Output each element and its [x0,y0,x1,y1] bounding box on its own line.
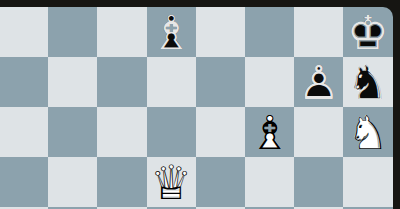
square-c8[interactable] [97,7,146,57]
black-knight-piece[interactable]: ♞♘ [343,57,392,107]
square-f8[interactable] [245,7,294,57]
square-g4[interactable] [294,207,343,209]
square-b6[interactable] [48,107,97,157]
square-f4[interactable] [245,207,294,209]
square-h6[interactable]: ♞♘ [343,107,392,157]
white-knight-piece[interactable]: ♞♘ [343,107,392,157]
black-king-piece[interactable]: ♚♔ [343,7,392,57]
bishop-glyph-outline: ♗ [150,9,192,56]
square-d5[interactable]: ♛♕ [147,157,196,207]
square-d7[interactable] [147,57,196,107]
square-e8[interactable] [196,7,245,57]
square-c5[interactable] [97,157,146,207]
knight-glyph-outline: ♘ [347,59,389,106]
square-a5[interactable] [0,157,48,207]
square-b7[interactable] [48,57,97,107]
square-g7[interactable]: ♟♙ [294,57,343,107]
bishop-glyph-outline: ♗ [248,109,290,156]
square-d4[interactable] [147,207,196,209]
square-d6[interactable] [147,107,196,157]
square-e7[interactable] [196,57,245,107]
square-f7[interactable] [245,57,294,107]
square-g6[interactable] [294,107,343,157]
chess-board-viewport: ♝♗♚♔♟♙♞♘♝♗♞♘♛♕ [0,0,400,209]
square-g5[interactable] [294,157,343,207]
square-h7[interactable]: ♞♘ [343,57,392,107]
black-bishop-piece[interactable]: ♝♗ [147,7,196,57]
square-h8[interactable]: ♚♔ [343,7,392,57]
square-f6[interactable]: ♝♗ [245,107,294,157]
square-h5[interactable] [343,157,392,207]
square-e4[interactable] [196,207,245,209]
square-b8[interactable] [48,7,97,57]
square-a4[interactable] [0,207,48,209]
square-h4[interactable] [343,207,392,209]
square-b4[interactable] [48,207,97,209]
white-bishop-piece[interactable]: ♝♗ [245,107,294,157]
chess-board: ♝♗♚♔♟♙♞♘♝♗♞♘♛♕ [0,7,393,209]
king-glyph-outline: ♔ [347,9,389,56]
square-c6[interactable] [97,107,146,157]
square-g8[interactable] [294,7,343,57]
knight-glyph-outline: ♘ [347,109,389,156]
pawn-glyph-outline: ♙ [298,59,340,106]
square-a7[interactable] [0,57,48,107]
square-f5[interactable] [245,157,294,207]
square-e5[interactable] [196,157,245,207]
white-queen-piece[interactable]: ♛♕ [147,157,196,207]
square-a8[interactable] [0,7,48,57]
square-d8[interactable]: ♝♗ [147,7,196,57]
square-b5[interactable] [48,157,97,207]
black-pawn-piece[interactable]: ♟♙ [294,57,343,107]
queen-glyph-outline: ♕ [150,159,192,206]
square-c4[interactable] [97,207,146,209]
square-e6[interactable] [196,107,245,157]
square-c7[interactable] [97,57,146,107]
square-a6[interactable] [0,107,48,157]
